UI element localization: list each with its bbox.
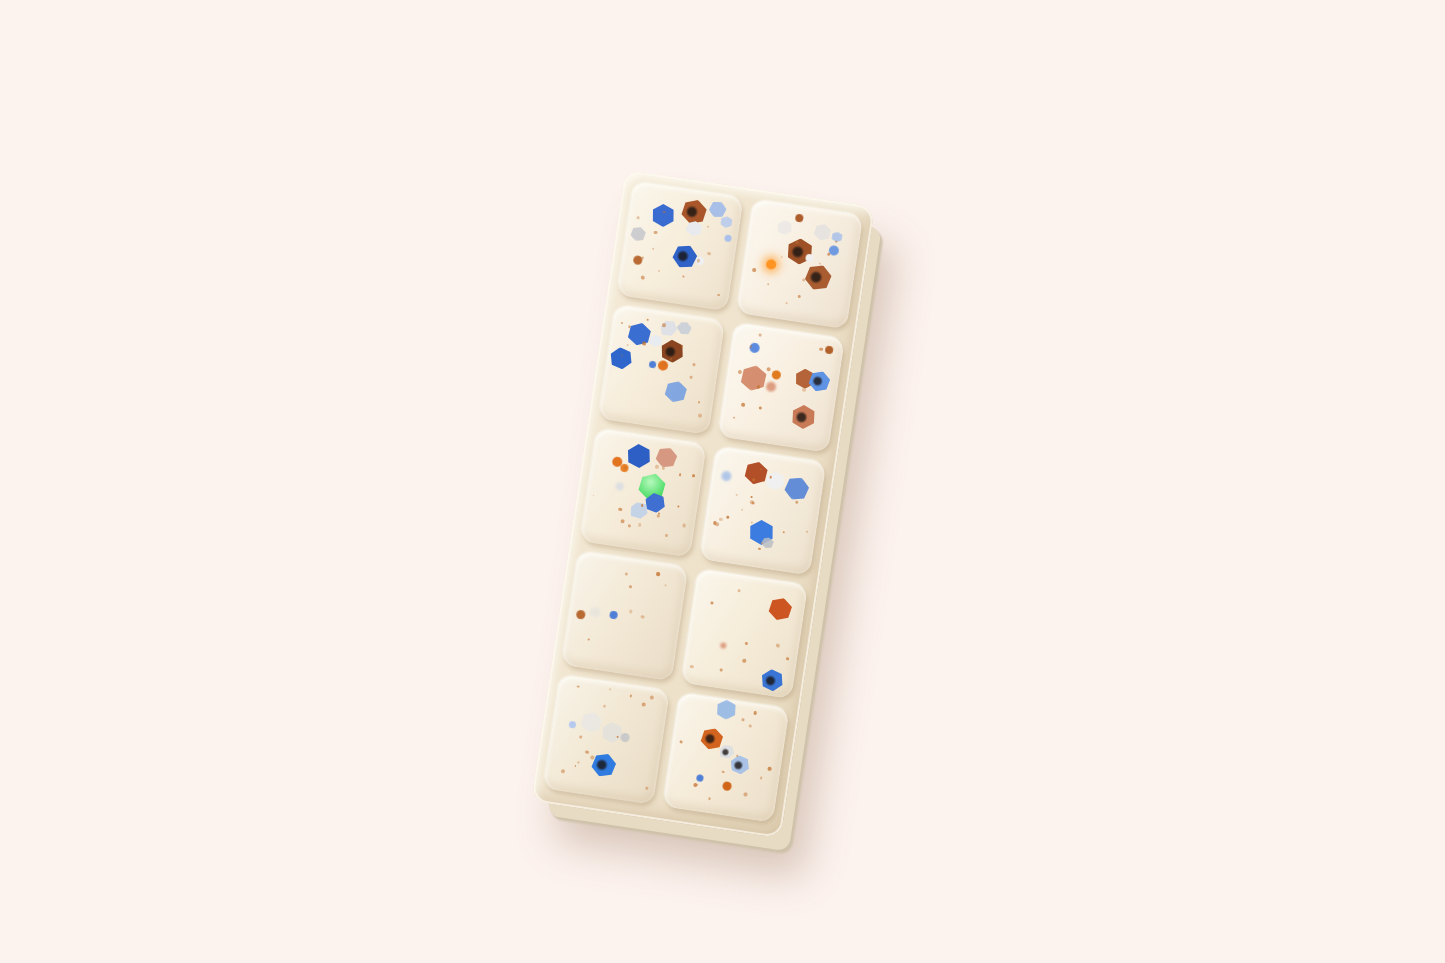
wax-speckle — [751, 496, 753, 498]
glitter-hex — [601, 722, 624, 744]
wax-speckle — [665, 534, 669, 538]
wax-speckle — [751, 521, 753, 523]
wax-speckle — [658, 269, 661, 272]
glitter-dot — [620, 733, 630, 743]
wax-speckle — [681, 345, 683, 347]
wax-speckle — [678, 474, 681, 477]
wax-speckle — [664, 584, 666, 586]
wax-speckle — [768, 767, 772, 771]
wax-speckle — [621, 354, 623, 356]
wax-speckle — [590, 756, 594, 760]
wax-speckle — [720, 668, 723, 671]
glitter-hex — [742, 459, 771, 487]
wax-speckle — [579, 736, 582, 739]
glitter-hex — [719, 215, 734, 229]
glitter-hex — [629, 224, 649, 244]
glitter-dot — [772, 370, 782, 380]
wax-speckle — [560, 769, 565, 774]
glitter-dot — [805, 253, 814, 262]
wax-speckle — [636, 216, 639, 219]
wax-speckle — [693, 363, 696, 366]
wax-speckle — [742, 659, 746, 663]
wax-speckle — [628, 524, 631, 527]
wax-speckle — [642, 341, 646, 345]
wax-speckle — [786, 302, 788, 304]
glitter-hex — [624, 320, 653, 348]
wax-speckle — [758, 548, 761, 551]
wax-speckle — [767, 283, 769, 285]
wax-speckle — [655, 465, 659, 469]
glitter-hex — [760, 668, 784, 691]
glitter-dot — [722, 781, 732, 791]
wax-speckle — [806, 530, 808, 532]
wax-speckle — [652, 248, 654, 250]
glitter-hex — [729, 754, 751, 775]
glitter-hex — [668, 240, 701, 273]
snap-bar-segment-r4c1 — [562, 552, 689, 682]
glitter-dot — [828, 245, 839, 256]
wax-speckle — [693, 782, 698, 787]
glitter-dot — [575, 609, 585, 619]
glitter-hex — [776, 220, 793, 236]
wax-speckle — [620, 321, 623, 324]
glitter-dot — [765, 381, 776, 392]
wax-speckle — [708, 797, 711, 800]
wax-speckle — [802, 388, 806, 392]
wax-speckle — [707, 225, 710, 228]
glitter-chunk — [658, 318, 679, 338]
wax-speckle — [719, 517, 723, 521]
glitter-dot — [720, 642, 727, 649]
glitter-dot — [615, 482, 624, 491]
wax-speckle — [662, 467, 665, 470]
wax-speckle — [641, 615, 645, 619]
glitter-hex — [609, 346, 634, 370]
wax-speckle — [629, 609, 633, 613]
snap-bar-segment-r4c2 — [681, 569, 808, 699]
wax-speckle — [677, 505, 679, 507]
wax-speckle — [585, 750, 589, 754]
wax-speckle — [754, 711, 758, 715]
wax-speckle — [717, 294, 720, 297]
glitter-hex — [662, 378, 690, 406]
wax-speckle — [752, 268, 756, 272]
wax-speckle — [776, 643, 781, 648]
glitter-hex — [738, 362, 770, 393]
wax-speckle — [680, 740, 683, 743]
wax-speckle — [689, 375, 693, 379]
glitter-hex — [651, 204, 675, 227]
wax-speckle — [781, 256, 783, 258]
wax-speckle — [741, 509, 743, 511]
glitter-hex — [801, 260, 836, 294]
wax-speckle — [760, 777, 763, 780]
wax-speckle — [638, 523, 642, 527]
glitter-dot — [649, 361, 657, 369]
glitter-dot — [721, 470, 732, 481]
glitter-hex — [588, 750, 620, 782]
photo-background — [0, 0, 1445, 963]
snap-bar-segment-r5c1 — [543, 675, 670, 805]
glitter-dot — [766, 259, 777, 270]
wax-speckle — [726, 516, 729, 519]
wax-speckle — [646, 318, 649, 321]
wax-speckle — [743, 793, 747, 797]
wax-speckle — [588, 639, 590, 641]
wax-speckle — [736, 494, 738, 496]
wax-speckle — [710, 601, 713, 604]
wax-speckle — [741, 403, 746, 408]
wax-speckle — [742, 718, 745, 721]
wax-speckle — [627, 344, 629, 346]
wax-speckle — [653, 230, 657, 234]
wax-speckle — [649, 695, 653, 699]
wax-speckle — [625, 573, 628, 576]
snap-bar-segment-r1c2 — [737, 199, 864, 329]
glitter-hex — [765, 471, 785, 491]
wax-speckle — [577, 761, 579, 763]
wax-speckle — [620, 519, 624, 523]
wax-speckle — [737, 370, 742, 375]
glitter-chunk — [629, 502, 648, 520]
glitter-chunk — [674, 318, 694, 338]
wax-melt-snap-bar — [531, 170, 875, 838]
wax-speckle — [758, 406, 762, 410]
glitter-hex — [812, 221, 834, 242]
glitter-hex — [715, 699, 737, 720]
wax-speckle — [690, 665, 694, 669]
glitter-dot — [589, 607, 601, 619]
wax-speckle — [574, 765, 576, 767]
snap-bar-segment-r3c2 — [700, 446, 827, 576]
wax-speckle — [641, 256, 644, 259]
glitter-dot — [609, 611, 618, 620]
wax-speckle — [707, 252, 711, 256]
wax-speckle — [609, 688, 611, 690]
wax-speckle — [802, 278, 805, 281]
wax-speckle — [645, 787, 648, 790]
wax-speckle — [722, 770, 725, 773]
glitter-dot — [568, 720, 576, 728]
wax-speckle — [750, 500, 754, 504]
snap-bar-segment-r1c1 — [617, 181, 744, 311]
wax-speckle — [682, 523, 686, 527]
wax-speckle — [662, 323, 666, 327]
wax-speckle — [827, 252, 831, 256]
wax-speckle — [744, 641, 748, 645]
wax-speckle — [749, 724, 752, 727]
wax-speckle — [733, 416, 735, 418]
wax-speckle — [819, 347, 823, 351]
snap-bar-segment-r2c2 — [718, 323, 845, 453]
snap-bar-segment-r5c2 — [663, 693, 790, 823]
wax-speckle — [640, 275, 644, 279]
wax-speckle — [783, 531, 785, 533]
wax-speckle — [629, 585, 633, 589]
wax-speckle — [766, 367, 770, 371]
wax-speckle — [618, 507, 622, 511]
wax-speckle — [698, 401, 700, 403]
wax-speckle — [603, 704, 606, 707]
wax-speckle — [795, 500, 799, 504]
snap-bar-segment-r3c1 — [580, 428, 707, 558]
wax-speckle — [786, 657, 789, 660]
wax-speckle — [682, 275, 684, 277]
wax-speckle — [577, 685, 580, 688]
glitter-dot — [825, 345, 834, 354]
snap-bar-segment-r2c1 — [599, 305, 726, 435]
snap-bar-grid — [531, 170, 875, 838]
wax-speckle — [698, 413, 702, 417]
wax-speckle — [737, 589, 740, 592]
glitter-dot — [795, 214, 804, 223]
wax-speckle — [819, 262, 821, 264]
wax-speckle — [641, 702, 645, 706]
wax-speckle — [759, 333, 762, 336]
wax-speckle — [656, 572, 660, 576]
wax-speckle — [630, 695, 633, 698]
glitter-hex — [578, 709, 605, 735]
glitter-hex — [766, 595, 796, 624]
glitter-chunk — [717, 743, 735, 760]
wax-speckle — [656, 514, 659, 517]
glitter-hex — [626, 443, 652, 468]
wax-speckle — [593, 494, 595, 496]
wax-speckle — [713, 521, 717, 525]
wax-speckle — [692, 474, 695, 477]
glitter-dot — [696, 774, 704, 782]
wax-speckle — [798, 295, 801, 298]
glitter-hex — [790, 404, 816, 429]
glitter-dot — [724, 234, 732, 242]
